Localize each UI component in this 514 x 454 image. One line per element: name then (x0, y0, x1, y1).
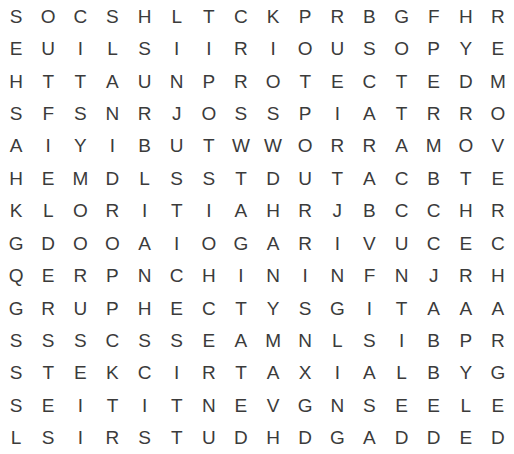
grid-cell-r10c10[interactable]: S (289, 292, 321, 324)
grid-cell-r11c4[interactable]: C (96, 324, 128, 356)
grid-cell-r13c7[interactable]: N (193, 389, 225, 421)
word-search-page: SOCSHLTCKPRBGFHREUILSIIRIOUSOPYEHTTAUNPR… (0, 0, 514, 454)
grid-cell-r8c12[interactable]: V (353, 227, 385, 259)
grid-cell-r4c4[interactable]: N (96, 97, 128, 129)
grid-cell-r5c14[interactable]: M (418, 130, 450, 162)
grid-cell-r3c4[interactable]: A (96, 65, 128, 97)
grid-cell-r14c4[interactable]: R (96, 422, 128, 454)
grid-cell-r8c8[interactable]: G (225, 227, 257, 259)
grid-cell-r6c13[interactable]: C (386, 162, 418, 194)
grid-cell-r11c1[interactable]: S (0, 324, 32, 356)
grid-cell-r1c15[interactable]: H (450, 0, 482, 32)
grid-cell-r1c1[interactable]: S (0, 0, 32, 32)
grid-cell-r8c16[interactable]: C (482, 227, 514, 259)
grid-cell-r1c7[interactable]: T (193, 0, 225, 32)
grid-cell-r1c6[interactable]: L (161, 0, 193, 32)
grid-cell-r1c16[interactable]: R (482, 0, 514, 32)
grid-cell-r11c6[interactable]: S (161, 324, 193, 356)
grid-cell-r12c13[interactable]: L (386, 357, 418, 389)
grid-cell-r9c7[interactable]: H (193, 259, 225, 291)
grid-cell-r5c9[interactable]: W (257, 130, 289, 162)
grid-cell-r1c3[interactable]: C (64, 0, 96, 32)
grid-cell-r12c8[interactable]: T (225, 357, 257, 389)
grid-cell-r1c9[interactable]: K (257, 0, 289, 32)
grid-cell-r7c5[interactable]: I (129, 195, 161, 227)
grid-cell-r2c11[interactable]: U (321, 32, 353, 64)
grid-cell-r11c2[interactable]: S (32, 324, 64, 356)
grid-cell-r9c9[interactable]: N (257, 259, 289, 291)
grid-cell-r14c14[interactable]: D (418, 422, 450, 454)
grid-cell-r11c7[interactable]: E (193, 324, 225, 356)
grid-cell-r5c13[interactable]: A (386, 130, 418, 162)
grid-cell-r10c13[interactable]: T (386, 292, 418, 324)
grid-cell-r12c10[interactable]: X (289, 357, 321, 389)
grid-cell-r9c14[interactable]: J (418, 259, 450, 291)
grid-cell-r4c11[interactable]: I (321, 97, 353, 129)
grid-cell-r4c15[interactable]: R (450, 97, 482, 129)
grid-cell-r12c1[interactable]: S (0, 357, 32, 389)
grid-cell-r9c4[interactable]: P (96, 259, 128, 291)
grid-cell-r8c13[interactable]: U (386, 227, 418, 259)
grid-cell-r7c7[interactable]: I (193, 195, 225, 227)
grid-cell-r5c7[interactable]: T (193, 130, 225, 162)
grid-cell-r1c13[interactable]: G (386, 0, 418, 32)
grid-cell-r4c13[interactable]: T (386, 97, 418, 129)
grid-cell-r13c15[interactable]: L (450, 389, 482, 421)
grid-cell-r9c2[interactable]: E (32, 259, 64, 291)
grid-cell-r8c11[interactable]: I (321, 227, 353, 259)
grid-cell-r13c16[interactable]: E (482, 389, 514, 421)
grid-cell-r14c12[interactable]: A (353, 422, 385, 454)
grid-cell-r2c6[interactable]: I (161, 32, 193, 64)
grid-cell-r14c6[interactable]: T (161, 422, 193, 454)
grid-cell-r7c16[interactable]: R (482, 195, 514, 227)
grid-cell-r13c8[interactable]: E (225, 389, 257, 421)
grid-cell-r5c12[interactable]: R (353, 130, 385, 162)
grid-cell-r3c12[interactable]: C (353, 65, 385, 97)
grid-cell-r12c4[interactable]: K (96, 357, 128, 389)
grid-cell-r1c4[interactable]: S (96, 0, 128, 32)
grid-cell-r3c8[interactable]: R (225, 65, 257, 97)
grid-cell-r9c16[interactable]: H (482, 259, 514, 291)
grid-cell-r12c2[interactable]: T (32, 357, 64, 389)
grid-cell-r1c14[interactable]: F (418, 0, 450, 32)
grid-cell-r12c5[interactable]: C (129, 357, 161, 389)
grid-cell-r9c15[interactable]: R (450, 259, 482, 291)
grid-cell-r12c3[interactable]: E (64, 357, 96, 389)
grid-cell-r7c13[interactable]: C (386, 195, 418, 227)
grid-cell-r2c2[interactable]: U (32, 32, 64, 64)
grid-cell-r13c14[interactable]: E (418, 389, 450, 421)
word-search-grid: SOCSHLTCKPRBGFHREUILSIIRIOUSOPYEHTTAUNPR… (0, 0, 514, 454)
grid-cell-r14c2[interactable]: S (32, 422, 64, 454)
grid-cell-r6c8[interactable]: T (225, 162, 257, 194)
grid-cell-r7c14[interactable]: C (418, 195, 450, 227)
grid-cell-r8c14[interactable]: C (418, 227, 450, 259)
grid-cell-r12c6[interactable]: I (161, 357, 193, 389)
grid-cell-r11c16[interactable]: R (482, 324, 514, 356)
grid-cell-r2c14[interactable]: P (418, 32, 450, 64)
grid-cell-r2c4[interactable]: L (96, 32, 128, 64)
grid-cell-r10c3[interactable]: U (64, 292, 96, 324)
grid-cell-r12c7[interactable]: R (193, 357, 225, 389)
grid-cell-r12c15[interactable]: Y (450, 357, 482, 389)
grid-cell-r3c9[interactable]: O (257, 65, 289, 97)
grid-cell-r1c8[interactable]: C (225, 0, 257, 32)
grid-cell-r4c3[interactable]: S (64, 97, 96, 129)
grid-cell-r4c10[interactable]: P (289, 97, 321, 129)
grid-cell-r10c15[interactable]: A (450, 292, 482, 324)
grid-cell-r11c3[interactable]: S (64, 324, 96, 356)
grid-cell-r12c12[interactable]: A (353, 357, 385, 389)
grid-cell-r5c6[interactable]: U (161, 130, 193, 162)
grid-cell-r3c2[interactable]: T (32, 65, 64, 97)
grid-cell-r12c11[interactable]: I (321, 357, 353, 389)
grid-cell-r10c6[interactable]: E (161, 292, 193, 324)
grid-cell-r2c15[interactable]: Y (450, 32, 482, 64)
grid-cell-r13c12[interactable]: S (353, 389, 385, 421)
grid-cell-r6c5[interactable]: L (129, 162, 161, 194)
grid-cell-r6c4[interactable]: D (96, 162, 128, 194)
grid-cell-r6c2[interactable]: E (32, 162, 64, 194)
grid-cell-r2c9[interactable]: I (257, 32, 289, 64)
grid-cell-r14c13[interactable]: D (386, 422, 418, 454)
grid-cell-r13c11[interactable]: N (321, 389, 353, 421)
grid-cell-r6c16[interactable]: E (482, 162, 514, 194)
grid-cell-r2c10[interactable]: O (289, 32, 321, 64)
grid-cell-r2c13[interactable]: O (386, 32, 418, 64)
grid-cell-r9c11[interactable]: N (321, 259, 353, 291)
grid-cell-r11c13[interactable]: I (386, 324, 418, 356)
grid-cell-r14c5[interactable]: S (129, 422, 161, 454)
grid-cell-r3c11[interactable]: E (321, 65, 353, 97)
grid-cell-r13c6[interactable]: T (161, 389, 193, 421)
grid-cell-r7c11[interactable]: J (321, 195, 353, 227)
grid-cell-r2c5[interactable]: S (129, 32, 161, 64)
grid-cell-r2c3[interactable]: I (64, 32, 96, 64)
grid-cell-r8c7[interactable]: O (193, 227, 225, 259)
grid-cell-r1c2[interactable]: O (32, 0, 64, 32)
grid-cell-r5c1[interactable]: A (0, 130, 32, 162)
grid-cell-r5c3[interactable]: Y (64, 130, 96, 162)
grid-cell-r9c1[interactable]: Q (0, 259, 32, 291)
grid-cell-r7c10[interactable]: R (289, 195, 321, 227)
grid-cell-r10c14[interactable]: A (418, 292, 450, 324)
grid-cell-r7c4[interactable]: R (96, 195, 128, 227)
grid-cell-r8c3[interactable]: O (64, 227, 96, 259)
grid-cell-r11c9[interactable]: M (257, 324, 289, 356)
grid-cell-r14c11[interactable]: G (321, 422, 353, 454)
grid-cell-r4c6[interactable]: J (161, 97, 193, 129)
grid-cell-r6c12[interactable]: A (353, 162, 385, 194)
grid-cell-r10c12[interactable]: I (353, 292, 385, 324)
grid-cell-r3c15[interactable]: D (450, 65, 482, 97)
grid-cell-r7c15[interactable]: H (450, 195, 482, 227)
grid-cell-r6c7[interactable]: S (193, 162, 225, 194)
grid-cell-r3c6[interactable]: N (161, 65, 193, 97)
grid-cell-r10c4[interactable]: P (96, 292, 128, 324)
grid-cell-r14c7[interactable]: U (193, 422, 225, 454)
grid-cell-r8c10[interactable]: R (289, 227, 321, 259)
grid-cell-r5c8[interactable]: W (225, 130, 257, 162)
grid-cell-r4c1[interactable]: S (0, 97, 32, 129)
grid-cell-r14c8[interactable]: D (225, 422, 257, 454)
grid-cell-r4c12[interactable]: A (353, 97, 385, 129)
grid-cell-r8c1[interactable]: G (0, 227, 32, 259)
grid-cell-r9c12[interactable]: F (353, 259, 385, 291)
grid-cell-r13c4[interactable]: T (96, 389, 128, 421)
grid-cell-r1c5[interactable]: H (129, 0, 161, 32)
grid-cell-r4c9[interactable]: S (257, 97, 289, 129)
grid-cell-r5c16[interactable]: V (482, 130, 514, 162)
grid-cell-r10c1[interactable]: G (0, 292, 32, 324)
grid-cell-r9c6[interactable]: C (161, 259, 193, 291)
grid-cell-r11c8[interactable]: A (225, 324, 257, 356)
grid-cell-r7c8[interactable]: A (225, 195, 257, 227)
grid-cell-r9c5[interactable]: N (129, 259, 161, 291)
grid-cell-r8c2[interactable]: D (32, 227, 64, 259)
grid-cell-r8c9[interactable]: A (257, 227, 289, 259)
grid-cell-r3c13[interactable]: T (386, 65, 418, 97)
grid-cell-r8c6[interactable]: I (161, 227, 193, 259)
grid-cell-r5c15[interactable]: O (450, 130, 482, 162)
grid-cell-r14c3[interactable]: I (64, 422, 96, 454)
grid-cell-r14c15[interactable]: E (450, 422, 482, 454)
grid-cell-r13c9[interactable]: V (257, 389, 289, 421)
grid-cell-r2c1[interactable]: E (0, 32, 32, 64)
grid-cell-r2c12[interactable]: S (353, 32, 385, 64)
grid-cell-r6c1[interactable]: H (0, 162, 32, 194)
grid-cell-r10c16[interactable]: A (482, 292, 514, 324)
grid-cell-r1c10[interactable]: P (289, 0, 321, 32)
grid-cell-r8c15[interactable]: E (450, 227, 482, 259)
grid-cell-r11c10[interactable]: N (289, 324, 321, 356)
grid-cell-r5c5[interactable]: B (129, 130, 161, 162)
grid-cell-r6c6[interactable]: S (161, 162, 193, 194)
grid-cell-r4c14[interactable]: R (418, 97, 450, 129)
grid-cell-r7c9[interactable]: H (257, 195, 289, 227)
grid-cell-r11c12[interactable]: S (353, 324, 385, 356)
grid-cell-r6c3[interactable]: M (64, 162, 96, 194)
grid-cell-r5c11[interactable]: R (321, 130, 353, 162)
grid-cell-r10c11[interactable]: G (321, 292, 353, 324)
grid-cell-r2c16[interactable]: E (482, 32, 514, 64)
grid-cell-r7c1[interactable]: K (0, 195, 32, 227)
grid-cell-r5c4[interactable]: I (96, 130, 128, 162)
grid-cell-r8c4[interactable]: O (96, 227, 128, 259)
grid-cell-r7c3[interactable]: O (64, 195, 96, 227)
grid-cell-r4c2[interactable]: F (32, 97, 64, 129)
grid-cell-r3c5[interactable]: U (129, 65, 161, 97)
grid-cell-r3c7[interactable]: P (193, 65, 225, 97)
grid-cell-r10c7[interactable]: C (193, 292, 225, 324)
grid-cell-r4c7[interactable]: O (193, 97, 225, 129)
grid-cell-r9c10[interactable]: I (289, 259, 321, 291)
grid-cell-r10c2[interactable]: R (32, 292, 64, 324)
grid-cell-r6c11[interactable]: T (321, 162, 353, 194)
grid-cell-r12c16[interactable]: G (482, 357, 514, 389)
grid-cell-r4c5[interactable]: R (129, 97, 161, 129)
grid-cell-r5c2[interactable]: I (32, 130, 64, 162)
grid-cell-r3c3[interactable]: T (64, 65, 96, 97)
grid-cell-r1c11[interactable]: R (321, 0, 353, 32)
grid-cell-r7c6[interactable]: T (161, 195, 193, 227)
grid-cell-r9c3[interactable]: R (64, 259, 96, 291)
grid-cell-r2c7[interactable]: I (193, 32, 225, 64)
grid-cell-r14c9[interactable]: H (257, 422, 289, 454)
grid-cell-r3c1[interactable]: H (0, 65, 32, 97)
grid-cell-r6c10[interactable]: U (289, 162, 321, 194)
grid-cell-r6c14[interactable]: B (418, 162, 450, 194)
grid-cell-r9c13[interactable]: N (386, 259, 418, 291)
grid-cell-r11c11[interactable]: L (321, 324, 353, 356)
grid-cell-r10c9[interactable]: Y (257, 292, 289, 324)
grid-cell-r9c8[interactable]: I (225, 259, 257, 291)
grid-cell-r13c2[interactable]: E (32, 389, 64, 421)
grid-cell-r13c5[interactable]: I (129, 389, 161, 421)
grid-cell-r5c10[interactable]: O (289, 130, 321, 162)
grid-cell-r6c15[interactable]: T (450, 162, 482, 194)
grid-cell-r11c15[interactable]: P (450, 324, 482, 356)
grid-cell-r14c1[interactable]: L (0, 422, 32, 454)
grid-cell-r12c9[interactable]: A (257, 357, 289, 389)
grid-cell-r8c5[interactable]: A (129, 227, 161, 259)
grid-cell-r11c14[interactable]: B (418, 324, 450, 356)
grid-cell-r11c5[interactable]: S (129, 324, 161, 356)
grid-cell-r7c2[interactable]: L (32, 195, 64, 227)
grid-cell-r2c8[interactable]: R (225, 32, 257, 64)
grid-cell-r13c10[interactable]: G (289, 389, 321, 421)
grid-cell-r6c9[interactable]: D (257, 162, 289, 194)
grid-cell-r13c1[interactable]: S (0, 389, 32, 421)
grid-cell-r1c12[interactable]: B (353, 0, 385, 32)
grid-cell-r4c16[interactable]: O (482, 97, 514, 129)
grid-cell-r4c8[interactable]: S (225, 97, 257, 129)
grid-cell-r13c3[interactable]: I (64, 389, 96, 421)
grid-cell-r12c14[interactable]: B (418, 357, 450, 389)
grid-cell-r13c13[interactable]: E (386, 389, 418, 421)
grid-cell-r3c10[interactable]: T (289, 65, 321, 97)
grid-cell-r10c8[interactable]: T (225, 292, 257, 324)
grid-cell-r3c14[interactable]: E (418, 65, 450, 97)
grid-cell-r7c12[interactable]: B (353, 195, 385, 227)
grid-cell-r14c10[interactable]: D (289, 422, 321, 454)
grid-cell-r14c16[interactable]: D (482, 422, 514, 454)
grid-cell-r3c16[interactable]: M (482, 65, 514, 97)
grid-cell-r10c5[interactable]: H (129, 292, 161, 324)
